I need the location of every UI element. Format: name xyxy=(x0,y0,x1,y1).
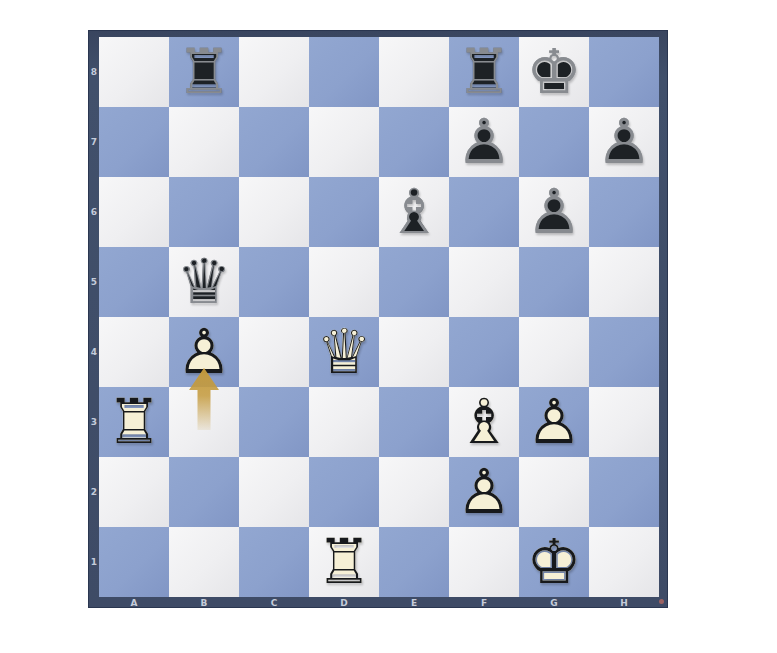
white-pawn[interactable]: ♟♙ xyxy=(169,317,239,387)
square-g3[interactable]: ♟♙ xyxy=(519,387,589,457)
black-bishop-outline: ♗ xyxy=(379,177,449,247)
black-pawn-outline: ♙ xyxy=(589,107,659,177)
rank-label-1: 1 xyxy=(89,527,99,597)
file-label-D: D xyxy=(309,597,379,608)
square-a6[interactable] xyxy=(99,177,169,247)
square-e4[interactable] xyxy=(379,317,449,387)
square-e3[interactable] xyxy=(379,387,449,457)
white-pawn[interactable]: ♟♙ xyxy=(519,387,589,457)
square-g8[interactable]: ♚♔ xyxy=(519,37,589,107)
square-d1[interactable]: ♜♖ xyxy=(309,527,379,597)
black-pawn-outline: ♙ xyxy=(519,177,589,247)
square-d5[interactable] xyxy=(309,247,379,317)
square-g1[interactable]: ♚♔ xyxy=(519,527,589,597)
white-king-outline: ♔ xyxy=(519,527,589,597)
file-label-H: H xyxy=(589,597,659,608)
black-queen[interactable]: ♛♕ xyxy=(169,247,239,317)
white-pawn-outline: ♙ xyxy=(519,387,589,457)
square-a5[interactable] xyxy=(99,247,169,317)
square-f5[interactable] xyxy=(449,247,519,317)
black-queen-outline: ♕ xyxy=(169,247,239,317)
square-d6[interactable] xyxy=(309,177,379,247)
black-rook-outline: ♖ xyxy=(169,37,239,107)
square-e2[interactable] xyxy=(379,457,449,527)
square-g2[interactable] xyxy=(519,457,589,527)
black-rook[interactable]: ♜♖ xyxy=(449,37,519,107)
square-a8[interactable] xyxy=(99,37,169,107)
file-label-A: A xyxy=(99,597,169,608)
black-king[interactable]: ♚♔ xyxy=(519,37,589,107)
square-a1[interactable] xyxy=(99,527,169,597)
chess-board: 87654321 ♜♖♜♖♚♔♟♙♟♙♝♗♟♙♛♕♟♙♛♕♜♖♝♗♟♙♟♙♜♖♚… xyxy=(88,30,668,608)
white-rook[interactable]: ♜♖ xyxy=(99,387,169,457)
white-queen-outline: ♕ xyxy=(309,317,379,387)
square-a2[interactable] xyxy=(99,457,169,527)
rank-label-6: 6 xyxy=(89,177,99,247)
square-b5[interactable]: ♛♕ xyxy=(169,247,239,317)
rank-label-2: 2 xyxy=(89,457,99,527)
square-c5[interactable] xyxy=(239,247,309,317)
square-h2[interactable] xyxy=(589,457,659,527)
black-king-outline: ♔ xyxy=(519,37,589,107)
square-d8[interactable] xyxy=(309,37,379,107)
square-c7[interactable] xyxy=(239,107,309,177)
file-label-G: G xyxy=(519,597,589,608)
square-g5[interactable] xyxy=(519,247,589,317)
file-labels: ABCDEFGH xyxy=(99,597,659,608)
square-e1[interactable] xyxy=(379,527,449,597)
white-rook-outline: ♖ xyxy=(309,527,379,597)
rank-label-8: 8 xyxy=(89,37,99,107)
square-h7[interactable]: ♟♙ xyxy=(589,107,659,177)
square-f3[interactable]: ♝♗ xyxy=(449,387,519,457)
square-b4[interactable]: ♟♙ xyxy=(169,317,239,387)
white-pawn-outline: ♙ xyxy=(169,317,239,387)
black-pawn[interactable]: ♟♙ xyxy=(589,107,659,177)
square-f2[interactable]: ♟♙ xyxy=(449,457,519,527)
square-c2[interactable] xyxy=(239,457,309,527)
square-d3[interactable] xyxy=(309,387,379,457)
file-label-C: C xyxy=(239,597,309,608)
square-c4[interactable] xyxy=(239,317,309,387)
white-pawn-outline: ♙ xyxy=(449,457,519,527)
rank-labels: 87654321 xyxy=(89,37,99,597)
rank-label-7: 7 xyxy=(89,107,99,177)
square-a3[interactable]: ♜♖ xyxy=(99,387,169,457)
square-d7[interactable] xyxy=(309,107,379,177)
black-rook[interactable]: ♜♖ xyxy=(169,37,239,107)
black-pawn-outline: ♙ xyxy=(449,107,519,177)
square-h8[interactable] xyxy=(589,37,659,107)
white-bishop-outline: ♗ xyxy=(449,387,519,457)
square-a4[interactable] xyxy=(99,317,169,387)
square-b7[interactable] xyxy=(169,107,239,177)
square-h5[interactable] xyxy=(589,247,659,317)
square-b1[interactable] xyxy=(169,527,239,597)
square-e5[interactable] xyxy=(379,247,449,317)
square-f7[interactable]: ♟♙ xyxy=(449,107,519,177)
file-label-E: E xyxy=(379,597,449,608)
white-rook[interactable]: ♜♖ xyxy=(309,527,379,597)
square-h3[interactable] xyxy=(589,387,659,457)
board-squares: ♜♖♜♖♚♔♟♙♟♙♝♗♟♙♛♕♟♙♛♕♜♖♝♗♟♙♟♙♜♖♚♔ xyxy=(99,37,659,597)
square-a7[interactable] xyxy=(99,107,169,177)
square-b8[interactable]: ♜♖ xyxy=(169,37,239,107)
square-d4[interactable]: ♛♕ xyxy=(309,317,379,387)
square-f4[interactable] xyxy=(449,317,519,387)
file-label-F: F xyxy=(449,597,519,608)
black-bishop[interactable]: ♝♗ xyxy=(379,177,449,247)
square-b2[interactable] xyxy=(169,457,239,527)
square-c1[interactable] xyxy=(239,527,309,597)
file-label-B: B xyxy=(169,597,239,608)
square-f8[interactable]: ♜♖ xyxy=(449,37,519,107)
rank-label-4: 4 xyxy=(89,317,99,387)
square-g4[interactable] xyxy=(519,317,589,387)
square-b3[interactable] xyxy=(169,387,239,457)
white-pawn[interactable]: ♟♙ xyxy=(449,457,519,527)
square-c8[interactable] xyxy=(239,37,309,107)
square-g7[interactable] xyxy=(519,107,589,177)
rank-label-3: 3 xyxy=(89,387,99,457)
white-rook-outline: ♖ xyxy=(99,387,169,457)
red-dot xyxy=(659,599,664,604)
square-f1[interactable] xyxy=(449,527,519,597)
white-queen[interactable]: ♛♕ xyxy=(309,317,379,387)
square-d2[interactable] xyxy=(309,457,379,527)
square-e6[interactable]: ♝♗ xyxy=(379,177,449,247)
square-e7[interactable] xyxy=(379,107,449,177)
black-rook-outline: ♖ xyxy=(449,37,519,107)
square-h4[interactable] xyxy=(589,317,659,387)
square-e8[interactable] xyxy=(379,37,449,107)
white-king[interactable]: ♚♔ xyxy=(519,527,589,597)
black-pawn[interactable]: ♟♙ xyxy=(449,107,519,177)
square-h1[interactable] xyxy=(589,527,659,597)
square-c6[interactable] xyxy=(239,177,309,247)
black-pawn[interactable]: ♟♙ xyxy=(519,177,589,247)
square-b6[interactable] xyxy=(169,177,239,247)
square-c3[interactable] xyxy=(239,387,309,457)
rank-label-5: 5 xyxy=(89,247,99,317)
white-bishop[interactable]: ♝♗ xyxy=(449,387,519,457)
square-g6[interactable]: ♟♙ xyxy=(519,177,589,247)
square-h6[interactable] xyxy=(589,177,659,247)
square-f6[interactable] xyxy=(449,177,519,247)
